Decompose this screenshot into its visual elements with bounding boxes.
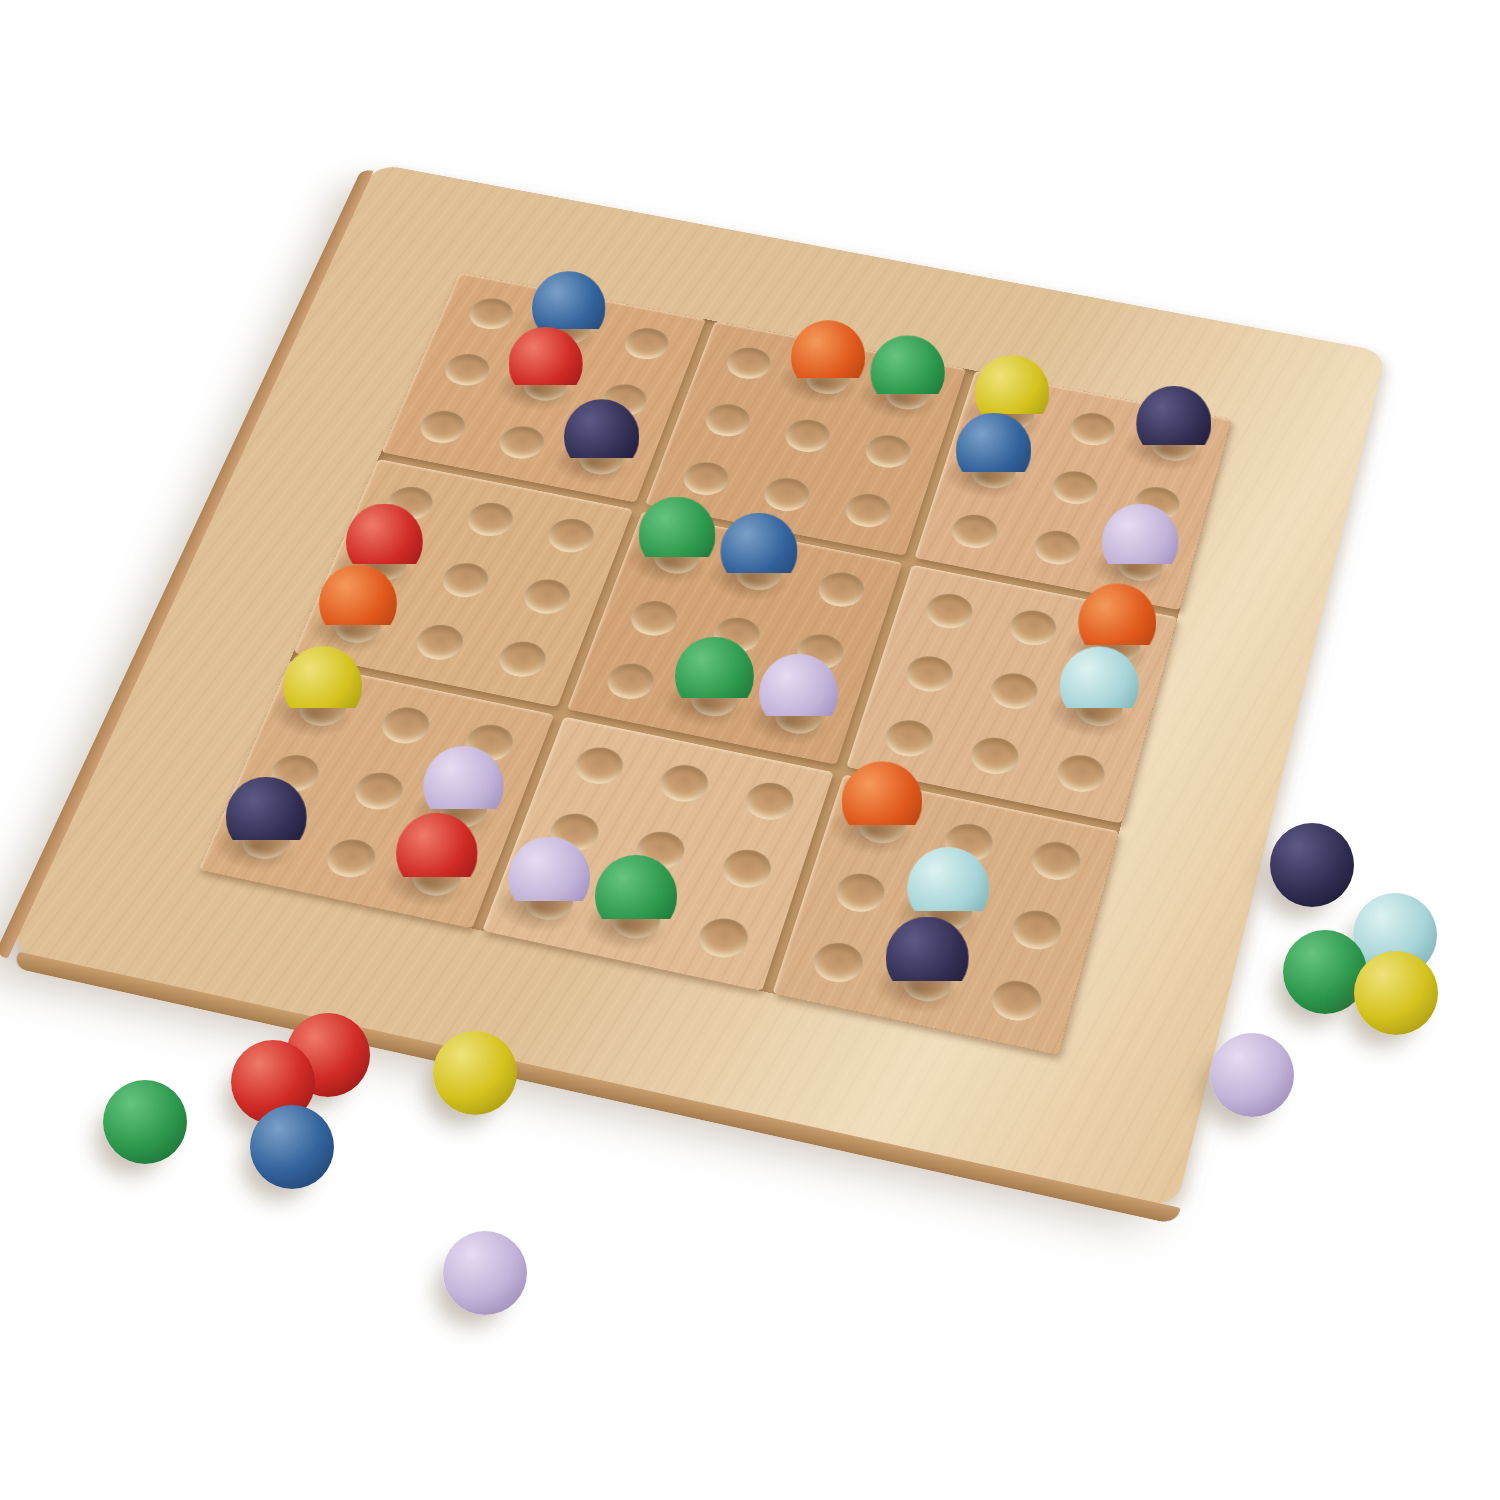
- dimple: [1030, 527, 1084, 568]
- dimple: [902, 652, 958, 695]
- dimple: [722, 344, 775, 382]
- dimple: [987, 976, 1046, 1025]
- dimple: [831, 869, 889, 916]
- cell-r9c3[interactable]: [380, 833, 493, 920]
- dimple: [881, 716, 938, 760]
- ball-lavender-r3c9[interactable]: [1102, 504, 1179, 581]
- cell-r4c4[interactable]: [625, 518, 729, 595]
- cell-r6c6[interactable]: [745, 675, 851, 757]
- dimple: [948, 511, 1002, 552]
- dimple: [655, 761, 713, 806]
- dimple: [1006, 607, 1061, 649]
- loose-ball-yellow-4[interactable]: [1354, 951, 1438, 1035]
- dimple: [602, 660, 659, 703]
- loose-ball-green-9[interactable]: [103, 1080, 187, 1164]
- loose-ball-lavender-11[interactable]: [443, 1231, 527, 1315]
- dimple: [462, 499, 518, 540]
- loose-ball-lavender-5[interactable]: [1210, 1033, 1294, 1117]
- dimple: [1048, 468, 1101, 508]
- dimple: [1008, 906, 1066, 953]
- dimple: [718, 846, 777, 892]
- dimple: [841, 490, 895, 531]
- tile-1-1: [381, 273, 706, 503]
- sudoku-board: [10, 163, 1386, 1208]
- cell-r6c3[interactable]: [468, 619, 576, 699]
- dimple: [922, 590, 977, 632]
- dimple: [570, 743, 628, 788]
- dimple: [760, 474, 815, 514]
- cell-r2c6[interactable]: [838, 415, 938, 489]
- dimple: [679, 459, 734, 499]
- tile-3-2: [482, 717, 834, 991]
- dimple: [543, 515, 599, 556]
- cell-r5c2[interactable]: [412, 541, 519, 619]
- dimple: [1066, 410, 1119, 449]
- dimple: [861, 432, 915, 472]
- cell-r7c4[interactable]: [545, 724, 654, 807]
- dimple: [494, 423, 549, 462]
- loose-ball-yellow-8[interactable]: [433, 1031, 517, 1115]
- dimple: [494, 638, 552, 681]
- dimple: [349, 769, 409, 814]
- dimple: [519, 576, 576, 618]
- cell-r3c3[interactable]: [550, 421, 653, 495]
- dimple: [967, 734, 1023, 778]
- tile-3-3: [772, 774, 1119, 1055]
- cell-r6c9[interactable]: [1028, 732, 1133, 816]
- dimple: [986, 669, 1042, 712]
- tile-1-3: [914, 371, 1231, 610]
- dimple: [440, 351, 495, 389]
- dimple: [620, 325, 674, 363]
- dimple: [1053, 751, 1109, 796]
- loose-ball-navy-1[interactable]: [1270, 823, 1354, 907]
- loose-ball-blue-10[interactable]: [250, 1105, 334, 1189]
- board-surface: [10, 163, 1386, 1208]
- dimple: [701, 401, 755, 440]
- dimple: [415, 407, 470, 446]
- dimple: [809, 939, 868, 987]
- dimple: [1028, 838, 1085, 884]
- product-photo-scene: [0, 0, 1500, 1500]
- tile-grid: [199, 273, 1232, 1056]
- dimple: [814, 569, 869, 611]
- dimple: [694, 914, 754, 962]
- dimple: [437, 559, 494, 601]
- cell-r9c4[interactable]: [493, 857, 605, 945]
- ball-green-r6c5[interactable]: [675, 637, 754, 716]
- dimple: [376, 703, 435, 747]
- dimple: [626, 597, 683, 639]
- dimple: [781, 416, 835, 455]
- dimple: [741, 779, 799, 824]
- dimple: [411, 621, 469, 664]
- cell-r1c6[interactable]: [858, 358, 957, 430]
- dimple: [464, 295, 518, 333]
- cell-r5c8[interactable]: [962, 651, 1066, 732]
- dimple: [321, 835, 382, 881]
- cell-r6c5[interactable]: [661, 658, 768, 739]
